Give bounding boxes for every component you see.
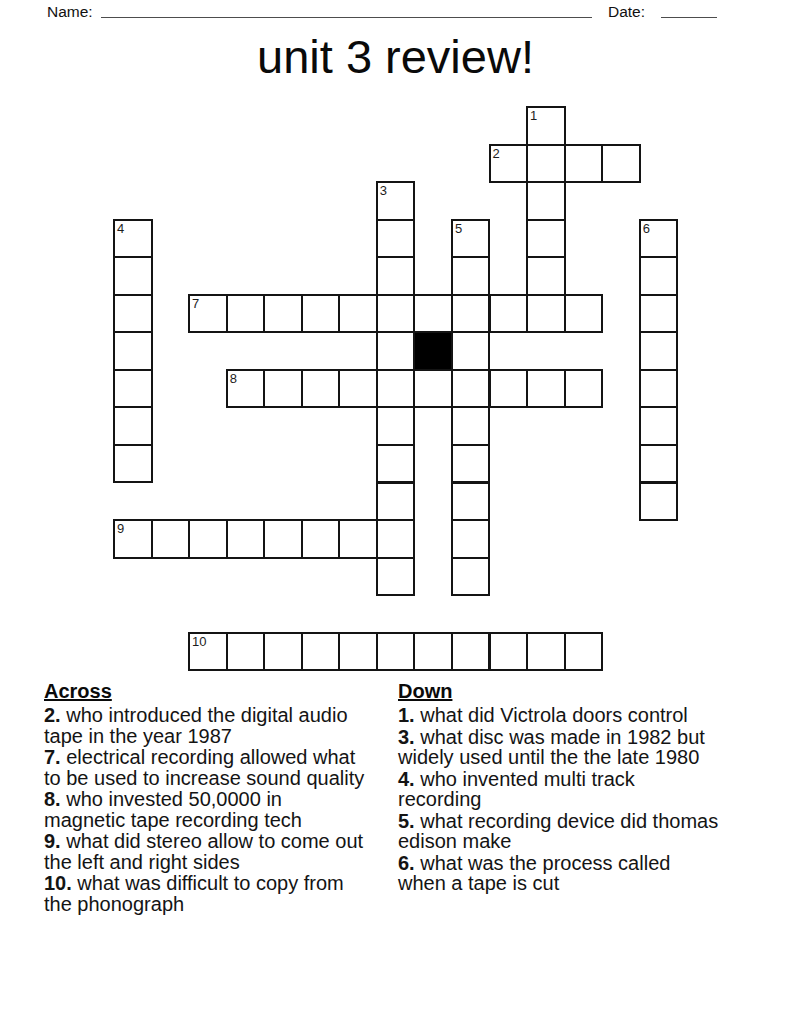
down-clue-3: 3. what disc was made in 1982 but widely… xyxy=(398,727,722,768)
cell-number-5: 5 xyxy=(455,221,462,236)
clue-number-label: 8. xyxy=(44,788,61,810)
crossword-cell[interactable] xyxy=(413,294,453,334)
down-clue-list: 1. what did Victrola doors control3. wha… xyxy=(398,705,722,894)
crossword-cell[interactable] xyxy=(376,406,416,446)
worksheet-page: Name: Date: unit 3 review! 12345678910 A… xyxy=(0,0,791,1024)
cell-number-1: 1 xyxy=(530,108,537,123)
crossword-cell[interactable] xyxy=(338,369,378,409)
crossword-cell[interactable] xyxy=(526,256,566,296)
crossword-cell[interactable] xyxy=(338,294,378,334)
crossword-cell[interactable] xyxy=(639,482,679,522)
crossword-cell[interactable] xyxy=(376,219,416,259)
crossword-cell[interactable] xyxy=(301,632,341,672)
crossword-cell[interactable] xyxy=(263,519,303,559)
crossword-cell[interactable] xyxy=(639,294,679,334)
crossword-cell[interactable] xyxy=(526,219,566,259)
crossword-cell[interactable]: 10 xyxy=(188,632,228,672)
crossword-cell[interactable]: 4 xyxy=(113,219,153,259)
down-clues-column: Down 1. what did Victrola doors control3… xyxy=(398,680,722,895)
crossword-cell[interactable] xyxy=(113,331,153,371)
black-cell xyxy=(413,331,453,371)
across-heading: Across xyxy=(44,680,367,703)
crossword-cell[interactable] xyxy=(113,406,153,446)
cell-number-10: 10 xyxy=(192,634,206,649)
across-clues-column: Across 2. who introduced the digital aud… xyxy=(44,680,367,915)
crossword-cell[interactable] xyxy=(413,632,453,672)
crossword-cell[interactable] xyxy=(376,331,416,371)
crossword-cell[interactable]: 8 xyxy=(226,369,266,409)
crossword-cell[interactable] xyxy=(489,632,529,672)
crossword-cell[interactable] xyxy=(113,256,153,296)
crossword-cell[interactable] xyxy=(526,632,566,672)
across-clue-list: 2. who introduced the digital audio tape… xyxy=(44,705,367,914)
crossword-cell[interactable] xyxy=(188,519,228,559)
crossword-cell[interactable] xyxy=(564,144,604,184)
clue-number-label: 1. xyxy=(398,704,415,726)
crossword-cell[interactable] xyxy=(451,519,491,559)
crossword-cell[interactable] xyxy=(338,519,378,559)
crossword-cell[interactable] xyxy=(639,444,679,484)
crossword-cell[interactable] xyxy=(639,406,679,446)
crossword-cell[interactable] xyxy=(564,369,604,409)
crossword-cell[interactable] xyxy=(564,632,604,672)
down-clue-4: 4. who invented multi track recording xyxy=(398,769,722,810)
down-clue-5: 5. what recording device did thomas edis… xyxy=(398,811,722,852)
down-clue-6: 6. what was the process called when a ta… xyxy=(398,853,722,894)
cell-number-3: 3 xyxy=(380,183,387,198)
crossword-grid: 12345678910 xyxy=(0,0,791,680)
across-clue-7: 7. electrical recording allowed what to … xyxy=(44,747,367,788)
crossword-cell[interactable] xyxy=(301,294,341,334)
clue-number-label: 2. xyxy=(44,704,61,726)
crossword-cell[interactable] xyxy=(376,482,416,522)
clue-number-label: 6. xyxy=(398,852,415,874)
crossword-cell[interactable] xyxy=(451,369,491,409)
clue-number-label: 3. xyxy=(398,726,415,748)
crossword-cell[interactable] xyxy=(526,369,566,409)
crossword-cell[interactable]: 1 xyxy=(526,106,566,146)
crossword-cell[interactable] xyxy=(451,444,491,484)
crossword-cell[interactable] xyxy=(376,519,416,559)
crossword-cell[interactable] xyxy=(301,519,341,559)
crossword-cell[interactable] xyxy=(376,632,416,672)
cell-number-8: 8 xyxy=(230,371,237,386)
crossword-cell[interactable] xyxy=(376,294,416,334)
crossword-cell[interactable] xyxy=(113,369,153,409)
crossword-cell[interactable] xyxy=(451,256,491,296)
crossword-cell[interactable] xyxy=(376,369,416,409)
crossword-cell[interactable]: 5 xyxy=(451,219,491,259)
crossword-cell[interactable] xyxy=(564,294,604,334)
crossword-cell[interactable] xyxy=(639,256,679,296)
crossword-cell[interactable] xyxy=(451,294,491,334)
crossword-cell[interactable] xyxy=(151,519,191,559)
crossword-cell[interactable] xyxy=(263,632,303,672)
crossword-cell[interactable] xyxy=(376,557,416,597)
clue-number-label: 9. xyxy=(44,830,61,852)
crossword-cell[interactable] xyxy=(226,632,266,672)
crossword-cell[interactable]: 2 xyxy=(489,144,529,184)
crossword-cell[interactable] xyxy=(413,369,453,409)
across-clue-8: 8. who invested 50,0000 in magnetic tape… xyxy=(44,789,367,830)
clue-number-label: 7. xyxy=(44,746,61,768)
cell-number-9: 9 xyxy=(117,521,124,536)
down-clue-1: 1. what did Victrola doors control xyxy=(398,705,722,726)
crossword-cell[interactable] xyxy=(301,369,341,409)
crossword-cell[interactable] xyxy=(451,557,491,597)
crossword-cell[interactable] xyxy=(451,331,491,371)
crossword-cell[interactable] xyxy=(526,144,566,184)
clue-number-label: 5. xyxy=(398,810,415,832)
crossword-cell[interactable] xyxy=(451,406,491,446)
crossword-cell[interactable] xyxy=(489,294,529,334)
clue-number-label: 10. xyxy=(44,872,72,894)
clue-number-label: 4. xyxy=(398,768,415,790)
across-clue-10: 10. what was difficult to copy from the … xyxy=(44,873,367,914)
crossword-cell[interactable] xyxy=(526,181,566,221)
crossword-cell[interactable] xyxy=(376,256,416,296)
crossword-cell[interactable] xyxy=(226,519,266,559)
crossword-cell[interactable] xyxy=(451,632,491,672)
crossword-cell[interactable] xyxy=(113,444,153,484)
cell-number-2: 2 xyxy=(493,146,500,161)
crossword-cell[interactable] xyxy=(226,294,266,334)
crossword-cell[interactable]: 7 xyxy=(188,294,228,334)
crossword-cell[interactable] xyxy=(263,369,303,409)
down-heading: Down xyxy=(398,680,722,703)
across-clue-2: 2. who introduced the digital audio tape… xyxy=(44,705,367,746)
cell-number-4: 4 xyxy=(117,221,124,236)
crossword-cell[interactable] xyxy=(639,369,679,409)
crossword-cell[interactable] xyxy=(376,444,416,484)
cell-number-7: 7 xyxy=(192,296,199,311)
across-clue-9: 9. what did stereo allow to come out the… xyxy=(44,831,367,872)
crossword-cell[interactable] xyxy=(639,331,679,371)
crossword-cell[interactable] xyxy=(338,632,378,672)
crossword-cell[interactable] xyxy=(526,294,566,334)
crossword-cell[interactable]: 3 xyxy=(376,181,416,221)
crossword-cell[interactable] xyxy=(263,294,303,334)
crossword-cell[interactable]: 9 xyxy=(113,519,153,559)
cell-number-6: 6 xyxy=(643,221,650,236)
crossword-cell[interactable] xyxy=(601,144,641,184)
crossword-cell[interactable] xyxy=(451,482,491,522)
crossword-cell[interactable] xyxy=(489,369,529,409)
crossword-cell[interactable]: 6 xyxy=(639,219,679,259)
crossword-cell[interactable] xyxy=(113,294,153,334)
